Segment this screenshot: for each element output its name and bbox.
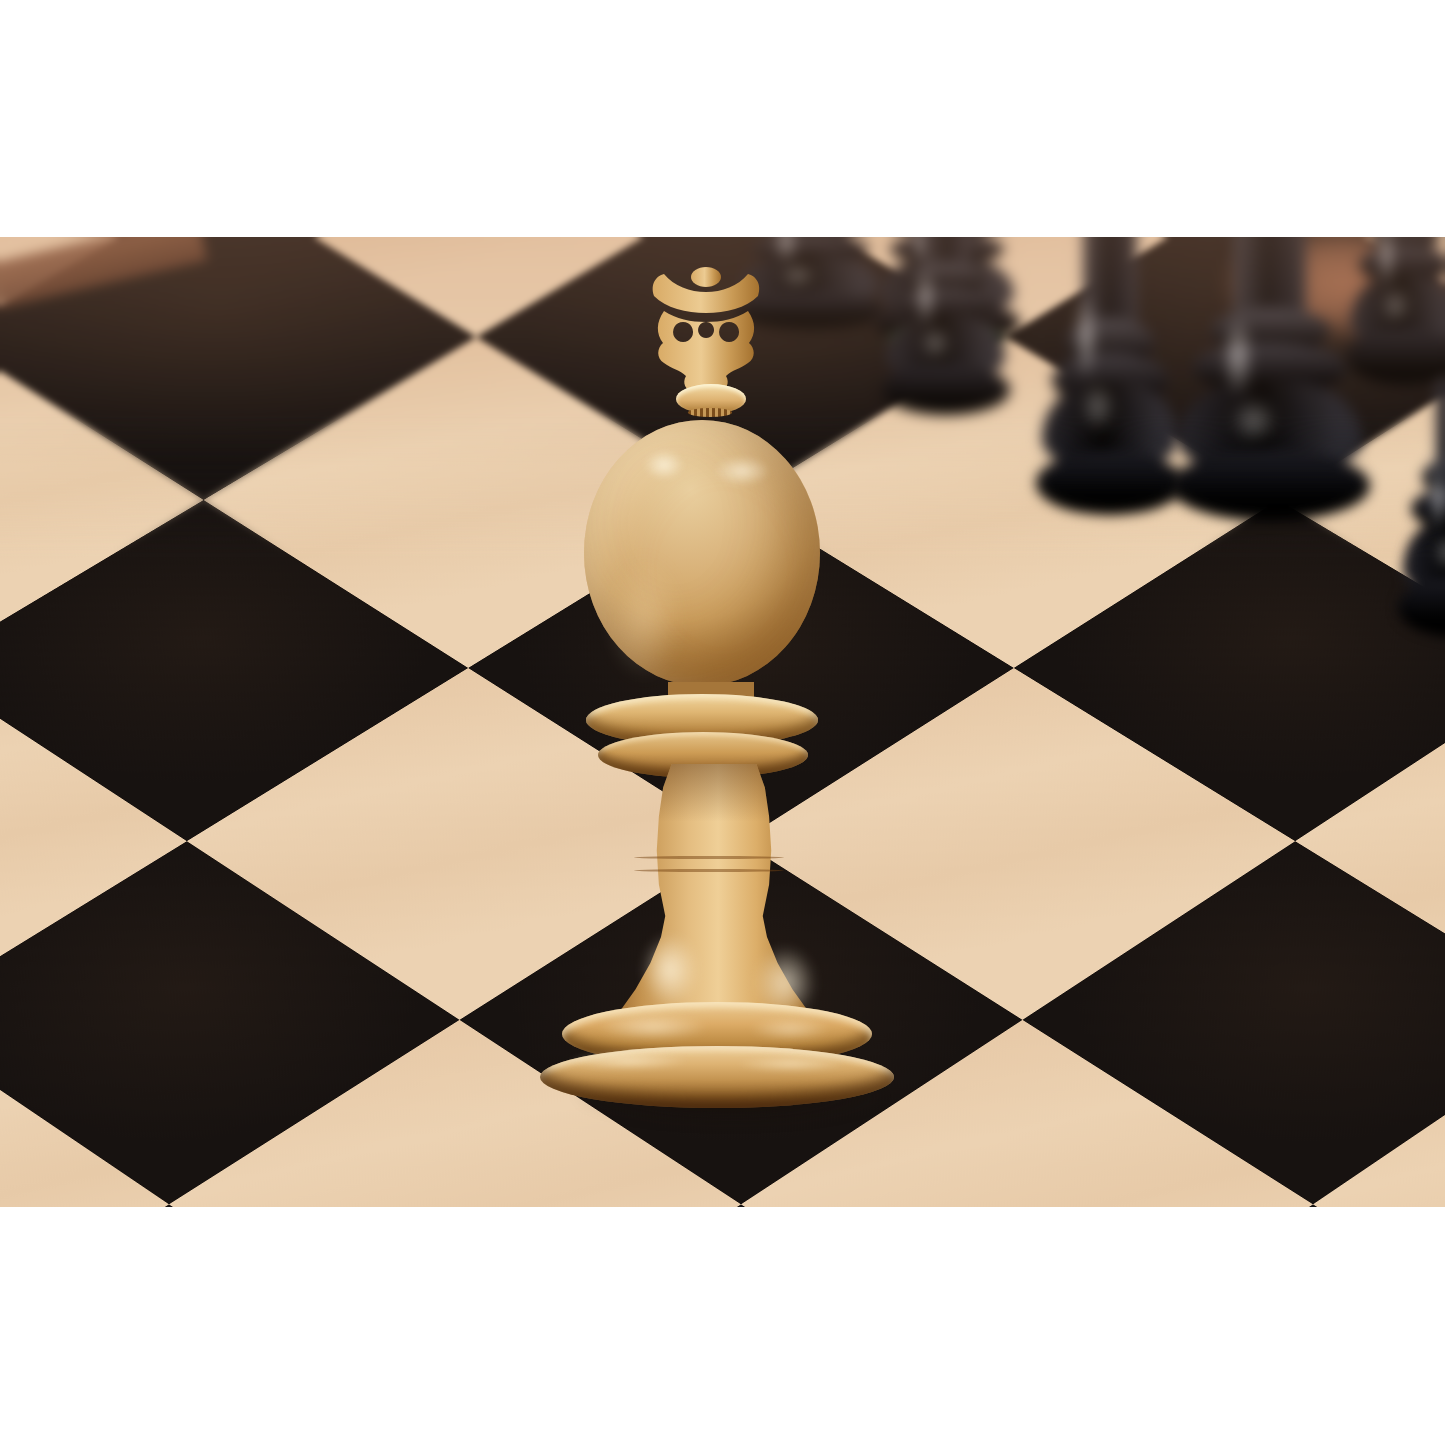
king-base-disc-glint	[736, 1056, 846, 1072]
black-piece-part	[1398, 577, 1445, 637]
photo-strip: ♟♟♟♝♟♟♟ ♔	[0, 237, 1445, 1207]
black-piece-part	[1346, 329, 1445, 385]
king-neck-ribbing	[688, 408, 732, 417]
king-head-sheen	[608, 558, 680, 678]
black-piece-blurred: ♟	[1346, 237, 1445, 385]
king-base-glint	[598, 1014, 708, 1040]
king-finial-icon	[650, 266, 762, 398]
king-base-disc-glint	[568, 1052, 688, 1070]
king-body-score-line	[634, 856, 784, 859]
black-piece-blurred: ♝	[1036, 237, 1184, 515]
king-head-highlight	[644, 450, 684, 480]
king-body-glint	[642, 934, 698, 1006]
king-body-score-line	[634, 869, 784, 872]
product-photo-canvas: ♟♟♟♝♟♟♟ ♔	[0, 0, 1445, 1445]
black-piece-blurred: ♟	[1170, 237, 1370, 521]
black-piece-part	[1170, 450, 1370, 521]
white-king-piece: ♔	[538, 258, 918, 1128]
black-piece-part	[1429, 462, 1445, 532]
black-piece-part	[1036, 451, 1184, 515]
black-piece-part	[1080, 381, 1116, 432]
black-piece-blurred: ♟	[1398, 387, 1445, 637]
king-head-highlight	[714, 456, 770, 486]
king-base-glint	[750, 1018, 830, 1040]
